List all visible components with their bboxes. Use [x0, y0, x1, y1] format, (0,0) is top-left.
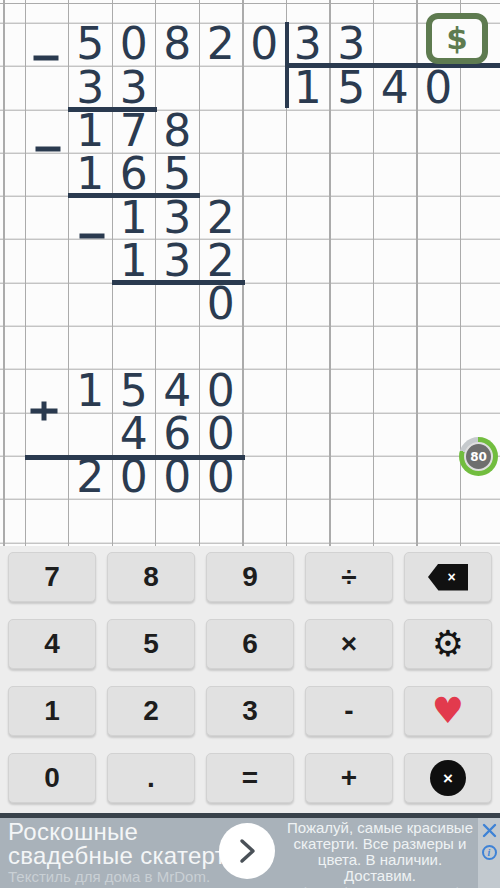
grid-cell: 2: [199, 196, 243, 239]
key-8[interactable]: 8: [107, 552, 195, 602]
grid-cell: 4: [156, 369, 200, 412]
grid-cell: 0: [199, 456, 243, 499]
grid-cell: 3: [156, 196, 200, 239]
grid-cell: 5: [330, 66, 374, 109]
grid-cell: 0: [156, 456, 200, 499]
grid-cell: 0: [199, 412, 243, 455]
grid-cell: 6: [112, 153, 156, 196]
key-close[interactable]: ×: [404, 753, 492, 803]
grid-cell: 0: [112, 23, 156, 66]
progress-timer-badge: 80: [459, 437, 498, 476]
ad-body-line3: цвета. В наличии. Доставим.: [283, 852, 477, 884]
grid-cell: 6: [156, 412, 200, 455]
minus-sign: [36, 147, 61, 152]
grid-cell: 2: [69, 456, 113, 499]
keypad: 789÷×456×⚙123-♥0.=+×: [0, 546, 500, 813]
ad-headline-line2: свадебные скатерти: [8, 844, 240, 867]
key-6[interactable]: 6: [206, 619, 294, 669]
grid-cell: 0: [199, 282, 243, 325]
grid-cell: 0: [112, 456, 156, 499]
dollar-banknote-button[interactable]: $: [426, 13, 488, 64]
keypad-row: 789÷×: [8, 552, 492, 602]
grid-cell: 1: [286, 66, 330, 109]
ad-body-line2: скатерти. Все размеры и: [283, 836, 477, 852]
key-2[interactable]: 2: [107, 686, 195, 736]
grid-cell: 3: [112, 66, 156, 109]
keypad-row: 123-♥: [8, 686, 492, 736]
key--[interactable]: -: [305, 686, 393, 736]
top-hairline: [0, 3, 500, 4]
heart-icon: ♥: [432, 693, 464, 729]
key-backspace[interactable]: ×: [404, 552, 492, 602]
key-+[interactable]: +: [305, 753, 393, 803]
backspace-icon: ×: [428, 564, 468, 591]
ad-body-line1: Пожалуй, самые красивые: [283, 820, 477, 836]
minus-sign: [80, 233, 105, 238]
subtraction-line-2: [68, 193, 200, 198]
grid-cell: 2: [199, 23, 243, 66]
grid-cell: 1: [69, 109, 113, 152]
ad-banner[interactable]: Роскошные свадебные скатерти Текстиль дл…: [0, 818, 500, 888]
grid-cell: 5: [156, 153, 200, 196]
grid-cell: 4: [373, 66, 417, 109]
key-7[interactable]: 7: [8, 552, 96, 602]
grid-cell: 3: [69, 66, 113, 109]
ad-cta-button[interactable]: [219, 823, 275, 879]
key-5[interactable]: 5: [107, 619, 195, 669]
key-0[interactable]: 0: [8, 753, 96, 803]
ad-headline-line1: Роскошные: [8, 820, 240, 844]
keypad-row: 456×⚙: [8, 619, 492, 669]
key-×[interactable]: ×: [305, 619, 393, 669]
grid-cell: 3: [286, 23, 330, 66]
key-9[interactable]: 9: [206, 552, 294, 602]
ad-info-icon[interactable]: i: [482, 845, 497, 860]
minus-sign: [33, 55, 58, 60]
key-4[interactable]: 4: [8, 619, 96, 669]
ad-close-icon[interactable]: [482, 823, 497, 838]
grid-cell: 1: [112, 196, 156, 239]
grid-cell: 5: [69, 23, 113, 66]
grid-cell: 8: [156, 23, 200, 66]
key-=[interactable]: =: [206, 753, 294, 803]
ad-subline: Текстиль для дома в MrDom.: [8, 868, 240, 885]
grid-cell: 1: [69, 369, 113, 412]
grid-cell: 4: [112, 412, 156, 455]
grid-cell: 8: [156, 109, 200, 152]
key-÷[interactable]: ÷: [305, 552, 393, 602]
app-screen: 5082033331540178165132132015404602000 $ …: [0, 0, 500, 888]
key-.[interactable]: .: [107, 753, 195, 803]
grid-cell: 5: [112, 369, 156, 412]
grid-cell: 3: [156, 239, 200, 282]
subtraction-line-1: [68, 107, 157, 112]
key-heart[interactable]: ♥: [404, 686, 492, 736]
addition-line: [25, 455, 245, 460]
dollar-icon: $: [446, 23, 468, 54]
ad-body-block: Пожалуй, самые красивые скатерти. Все ра…: [283, 820, 477, 888]
grid-cell: 1: [69, 153, 113, 196]
grid-cell: 3: [330, 23, 374, 66]
keypad-row: 0.=+×: [8, 753, 492, 803]
plus-sign: [31, 401, 58, 420]
key-1[interactable]: 1: [8, 686, 96, 736]
close-icon: ×: [430, 760, 466, 796]
grid-cell: 1: [112, 239, 156, 282]
grid-cell: 0: [417, 66, 461, 109]
subtraction-line-3: [112, 280, 245, 285]
worksheet-grid: 5082033331540178165132132015404602000: [0, 0, 500, 542]
ad-controls-strip: i: [478, 818, 500, 888]
grid-cell: 0: [199, 369, 243, 412]
grid-cell: 7: [112, 109, 156, 152]
chevron-right-icon: [236, 838, 258, 864]
grid-cell: 2: [199, 239, 243, 282]
badge-value: 80: [464, 442, 493, 471]
worksheet[interactable]: 5082033331540178165132132015404602000 $ …: [0, 0, 500, 546]
ad-headline-block: Роскошные свадебные скатерти Текстиль дл…: [8, 820, 240, 885]
grid-cell: 0: [243, 23, 287, 66]
key-3[interactable]: 3: [206, 686, 294, 736]
key-gear[interactable]: ⚙: [404, 619, 492, 669]
gear-icon: ⚙: [432, 626, 464, 662]
